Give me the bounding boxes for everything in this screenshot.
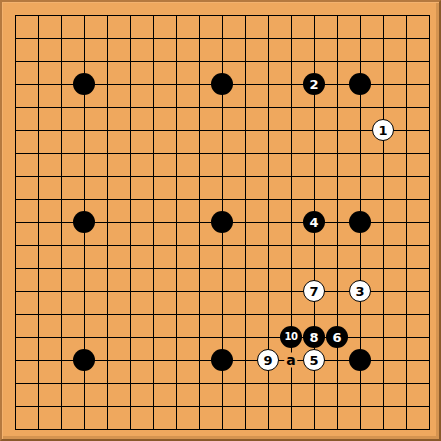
stone-black-K4 xyxy=(211,349,233,371)
stone-white-O7-move-7: 7 xyxy=(303,280,325,302)
point-label-a: a xyxy=(284,353,297,368)
stone-white-O4-move-5: 5 xyxy=(303,349,325,371)
stone-black-P5-move-6: 6 xyxy=(326,326,348,348)
stone-black-D10 xyxy=(73,211,95,233)
stone-black-O16-move-2: 2 xyxy=(303,73,325,95)
stone-black-K10 xyxy=(211,211,233,233)
stone-black-Q16 xyxy=(349,73,371,95)
stone-white-M4-move-9: 9 xyxy=(257,349,279,371)
stone-black-O10-move-4: 4 xyxy=(303,211,325,233)
stone-black-Q4 xyxy=(349,349,371,371)
stone-black-N5-move-10: 10 xyxy=(280,326,302,348)
go-board: 12345678910a xyxy=(0,0,441,441)
stone-black-D4 xyxy=(73,349,95,371)
stone-black-O5-move-8: 8 xyxy=(303,326,325,348)
stone-black-D16 xyxy=(73,73,95,95)
stone-white-R14-move-1: 1 xyxy=(372,119,394,141)
stone-black-K16 xyxy=(211,73,233,95)
stone-white-Q7-move-3: 3 xyxy=(349,280,371,302)
stone-black-Q10 xyxy=(349,211,371,233)
